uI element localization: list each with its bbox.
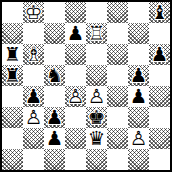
square-b8[interactable]: ♚♔ (23, 2, 44, 23)
square-a1[interactable] (2, 149, 23, 170)
square-d8[interactable] (65, 2, 86, 23)
square-d1[interactable] (65, 149, 86, 170)
square-e4[interactable]: ♟♙ (86, 86, 107, 107)
black-pawn: ♟ (128, 86, 149, 107)
square-h4[interactable] (149, 86, 170, 107)
square-f1[interactable] (107, 149, 128, 170)
square-f8[interactable] (107, 2, 128, 23)
square-h7[interactable] (149, 23, 170, 44)
square-c7[interactable] (44, 23, 65, 44)
black-pawn: ♟ (128, 65, 149, 86)
square-d7[interactable]: ♟♟ (65, 23, 86, 44)
black-pawn: ♟ (149, 44, 170, 65)
square-g5[interactable]: ♟♟ (128, 65, 149, 86)
square-c5[interactable]: ♞♞ (44, 65, 65, 86)
square-g1[interactable] (128, 149, 149, 170)
square-a3[interactable] (2, 107, 23, 128)
square-d4[interactable]: ♟♙ (65, 86, 86, 107)
square-e7[interactable]: ♜♖ (86, 23, 107, 44)
square-g2[interactable]: ♟♙ (128, 128, 149, 149)
square-h3[interactable] (149, 107, 170, 128)
square-f4[interactable] (107, 86, 128, 107)
square-f7[interactable] (107, 23, 128, 44)
square-b3[interactable]: ♟♙ (23, 107, 44, 128)
square-f3[interactable] (107, 107, 128, 128)
square-f2[interactable] (107, 128, 128, 149)
square-d3[interactable] (65, 107, 86, 128)
black-rook: ♜ (2, 44, 23, 65)
square-f5[interactable] (107, 65, 128, 86)
square-c2[interactable]: ♟♟ (44, 128, 65, 149)
square-b2[interactable] (23, 128, 44, 149)
square-b5[interactable] (23, 65, 44, 86)
white-pawn: ♙ (128, 128, 149, 149)
black-queen: ♛ (86, 128, 107, 149)
square-g7[interactable] (128, 23, 149, 44)
black-rook: ♜ (2, 65, 23, 86)
square-d2[interactable] (65, 128, 86, 149)
square-c3[interactable]: ♟♟ (44, 107, 65, 128)
white-pawn: ♙ (23, 107, 44, 128)
square-b7[interactable] (23, 23, 44, 44)
square-c1[interactable] (44, 149, 65, 170)
square-a8[interactable] (2, 2, 23, 23)
square-a5[interactable]: ♜♜ (2, 65, 23, 86)
square-a6[interactable]: ♜♜ (2, 44, 23, 65)
white-king: ♔ (23, 2, 44, 23)
square-c6[interactable] (44, 44, 65, 65)
square-e6[interactable] (86, 44, 107, 65)
square-c4[interactable] (44, 86, 65, 107)
square-e8[interactable] (86, 2, 107, 23)
square-h2[interactable] (149, 128, 170, 149)
square-e3[interactable]: ♚♚ (86, 107, 107, 128)
square-h6[interactable]: ♟♟ (149, 44, 170, 65)
square-h8[interactable]: ♝♝ (149, 2, 170, 23)
square-d5[interactable] (65, 65, 86, 86)
black-pawn: ♟ (23, 86, 44, 107)
square-a4[interactable] (2, 86, 23, 107)
square-a2[interactable] (2, 128, 23, 149)
square-g3[interactable] (128, 107, 149, 128)
square-g6[interactable] (128, 44, 149, 65)
black-bishop: ♝ (149, 2, 170, 23)
square-h5[interactable] (149, 65, 170, 86)
square-b4[interactable]: ♟♟ (23, 86, 44, 107)
white-pawn: ♙ (86, 86, 107, 107)
square-a7[interactable] (2, 23, 23, 44)
square-g8[interactable] (128, 2, 149, 23)
square-e5[interactable] (86, 65, 107, 86)
black-king: ♚ (86, 107, 107, 128)
chess-board: ♚♔♝♝♟♟♜♖♜♜♝♗♟♟♜♜♞♞♟♟♟♟♟♙♟♙♟♟♟♙♟♟♚♚♟♟♛♛♟♙ (0, 0, 172, 172)
square-h1[interactable] (149, 149, 170, 170)
square-e2[interactable]: ♛♛ (86, 128, 107, 149)
white-rook: ♖ (86, 23, 107, 44)
black-pawn: ♟ (44, 128, 65, 149)
square-e1[interactable] (86, 149, 107, 170)
square-g4[interactable]: ♟♟ (128, 86, 149, 107)
square-b6[interactable]: ♝♗ (23, 44, 44, 65)
black-pawn: ♟ (65, 23, 86, 44)
black-knight: ♞ (44, 65, 65, 86)
white-pawn: ♙ (65, 86, 86, 107)
square-f6[interactable] (107, 44, 128, 65)
square-b1[interactable] (23, 149, 44, 170)
black-pawn: ♟ (44, 107, 65, 128)
square-c8[interactable] (44, 2, 65, 23)
white-bishop: ♗ (23, 44, 44, 65)
square-d6[interactable] (65, 44, 86, 65)
